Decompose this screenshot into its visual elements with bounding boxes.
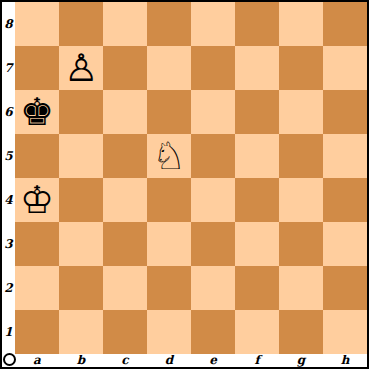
file-label-c: c [103,353,147,368]
square-f6[interactable] [235,90,279,134]
square-b7[interactable]: ♙ [59,46,103,90]
square-h6[interactable] [323,90,367,134]
square-d6[interactable] [147,90,191,134]
white-knight[interactable]: ♘ [152,134,186,178]
square-g7[interactable] [279,46,323,90]
square-b3[interactable] [59,222,103,266]
file-label-d: d [147,353,191,368]
square-h3[interactable] [323,222,367,266]
square-d8[interactable] [147,2,191,46]
square-c3[interactable] [103,222,147,266]
square-e8[interactable] [191,2,235,46]
square-g4[interactable] [279,178,323,222]
square-c5[interactable] [103,134,147,178]
black-king[interactable]: ♚ [20,90,54,134]
square-d3[interactable] [147,222,191,266]
square-b4[interactable] [59,178,103,222]
white-pawn[interactable]: ♙ [64,46,98,90]
file-label-h: h [323,353,367,368]
square-f5[interactable] [235,134,279,178]
square-e1[interactable] [191,310,235,354]
square-d5[interactable]: ♘ [147,134,191,178]
square-f3[interactable] [235,222,279,266]
square-f8[interactable] [235,2,279,46]
square-e2[interactable] [191,266,235,310]
square-a2[interactable] [15,266,59,310]
rank-label-4: 4 [2,178,15,222]
square-d4[interactable] [147,178,191,222]
white-king[interactable]: ♔ [20,178,54,222]
square-h2[interactable] [323,266,367,310]
square-h7[interactable] [323,46,367,90]
square-c4[interactable] [103,178,147,222]
rank-label-7: 7 [2,46,15,90]
file-label-f: f [235,353,279,368]
square-a1[interactable] [15,310,59,354]
square-f2[interactable] [235,266,279,310]
rank-label-8: 8 [2,2,15,46]
square-a6[interactable]: ♚ [15,90,59,134]
side-to-move-indicator [3,353,16,366]
square-f1[interactable] [235,310,279,354]
square-c1[interactable] [103,310,147,354]
file-label-a: a [15,353,59,368]
square-c8[interactable] [103,2,147,46]
square-e5[interactable] [191,134,235,178]
square-c6[interactable] [103,90,147,134]
rank-label-5: 5 [2,134,15,178]
square-c2[interactable] [103,266,147,310]
square-e4[interactable] [191,178,235,222]
square-f7[interactable] [235,46,279,90]
chess-board: ♙♚♘♔ [15,2,367,354]
square-g5[interactable] [279,134,323,178]
square-e6[interactable] [191,90,235,134]
square-d7[interactable] [147,46,191,90]
square-d1[interactable] [147,310,191,354]
square-g6[interactable] [279,90,323,134]
square-b6[interactable] [59,90,103,134]
square-h1[interactable] [323,310,367,354]
square-b8[interactable] [59,2,103,46]
chess-diagram: ♙♚♘♔ 87654321 abcdefgh [0,0,369,369]
square-h4[interactable] [323,178,367,222]
square-c7[interactable] [103,46,147,90]
square-a5[interactable] [15,134,59,178]
rank-label-1: 1 [2,310,15,354]
square-a3[interactable] [15,222,59,266]
square-g3[interactable] [279,222,323,266]
square-f4[interactable] [235,178,279,222]
square-d2[interactable] [147,266,191,310]
file-label-e: e [191,353,235,368]
square-b1[interactable] [59,310,103,354]
square-b2[interactable] [59,266,103,310]
square-g1[interactable] [279,310,323,354]
square-h8[interactable] [323,2,367,46]
square-e3[interactable] [191,222,235,266]
square-e7[interactable] [191,46,235,90]
file-label-b: b [59,353,103,368]
square-h5[interactable] [323,134,367,178]
rank-label-3: 3 [2,222,15,266]
square-a7[interactable] [15,46,59,90]
square-g2[interactable] [279,266,323,310]
square-a4[interactable]: ♔ [15,178,59,222]
file-label-g: g [279,353,323,368]
square-b5[interactable] [59,134,103,178]
rank-label-6: 6 [2,90,15,134]
square-g8[interactable] [279,2,323,46]
rank-label-2: 2 [2,266,15,310]
square-a8[interactable] [15,2,59,46]
